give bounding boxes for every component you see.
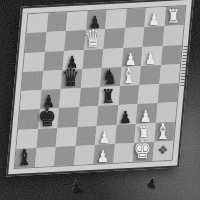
square[interactable] [41, 70, 62, 90]
square[interactable] [45, 31, 66, 51]
square[interactable] [157, 83, 178, 103]
square[interactable] [79, 87, 100, 107]
square[interactable]: ♛ [84, 29, 105, 49]
black-bishop[interactable]: ♝ [17, 147, 32, 169]
square[interactable]: ♝ [120, 66, 141, 86]
square[interactable] [75, 125, 96, 145]
square[interactable] [22, 71, 43, 91]
black-pawn[interactable]: ♟ [120, 108, 132, 125]
square[interactable] [105, 9, 126, 29]
chess-board: ♟♟♜♛♟♟♟♛♞♝♟♜♚♟♟♟♜♝♝♟♚❖ [6, 0, 194, 176]
square[interactable] [43, 51, 64, 71]
white-pawn[interactable]: ♟ [97, 148, 109, 165]
square[interactable]: ♟ [136, 103, 157, 123]
square[interactable] [74, 145, 95, 165]
square[interactable] [103, 28, 124, 48]
square[interactable]: ♟ [95, 124, 116, 144]
square[interactable]: ♟ [141, 45, 162, 65]
square[interactable] [23, 52, 44, 72]
board-grid: ♟♟♜♛♟♟♟♛♞♝♟♜♚♟♟♟♜♝♝♟♚❖ [15, 6, 185, 168]
square[interactable]: ♟ [93, 144, 114, 164]
white-bishop[interactable]: ♝ [122, 65, 137, 87]
square[interactable] [125, 8, 146, 28]
square[interactable] [57, 107, 78, 127]
square[interactable]: ♜ [98, 86, 119, 106]
square[interactable] [159, 64, 180, 84]
black-king[interactable]: ♚ [39, 103, 57, 129]
square[interactable] [59, 88, 80, 108]
square[interactable] [143, 26, 164, 46]
square[interactable]: ♟ [144, 7, 165, 27]
square[interactable] [113, 143, 134, 163]
black-queen[interactable]: ♛ [62, 65, 79, 89]
white-king[interactable]: ♚ [133, 137, 151, 163]
square[interactable] [77, 106, 98, 126]
white-rook[interactable]: ♜ [167, 8, 180, 27]
square[interactable] [36, 127, 57, 147]
square[interactable] [80, 68, 101, 88]
square[interactable] [162, 25, 183, 45]
square[interactable]: ♝ [15, 148, 36, 168]
square[interactable] [161, 44, 182, 64]
square[interactable] [64, 30, 85, 50]
white-pawn[interactable]: ♟ [148, 11, 160, 28]
square[interactable]: ♟ [116, 104, 137, 124]
white-pawn[interactable]: ♟ [99, 129, 111, 146]
square[interactable] [82, 49, 103, 69]
square[interactable] [54, 146, 75, 166]
square[interactable]: ♜ [164, 6, 185, 26]
square[interactable] [138, 84, 159, 104]
white-bishop[interactable]: ♝ [156, 120, 171, 142]
chessboard-photo: ♟♟♜♛♟♟♟♛♞♝♟♜♚♟♟♟♜♝♝♟♚❖ ♟♟ [0, 0, 200, 200]
captured-piece: ♟ [69, 179, 84, 196]
square[interactable] [18, 109, 39, 129]
square[interactable] [139, 65, 160, 85]
square[interactable]: ♚ [38, 108, 59, 128]
square[interactable] [27, 13, 48, 33]
square[interactable] [97, 105, 118, 125]
square[interactable] [34, 147, 55, 167]
white-queen[interactable]: ♛ [85, 26, 102, 50]
square[interactable]: ♝ [154, 121, 175, 141]
square[interactable] [123, 27, 144, 47]
square[interactable]: ♛ [61, 69, 82, 89]
square[interactable] [46, 12, 67, 32]
square[interactable] [118, 85, 139, 105]
white-pawn[interactable]: ♟ [145, 50, 157, 67]
black-rook[interactable]: ♜ [101, 88, 114, 107]
square[interactable] [25, 32, 46, 52]
square[interactable]: ♚ [132, 142, 153, 162]
square[interactable] [56, 126, 77, 146]
board-corner-emblem-icon: ❖ [157, 144, 169, 157]
square[interactable]: ❖ [152, 141, 173, 161]
captured-piece: ♟ [145, 176, 158, 190]
